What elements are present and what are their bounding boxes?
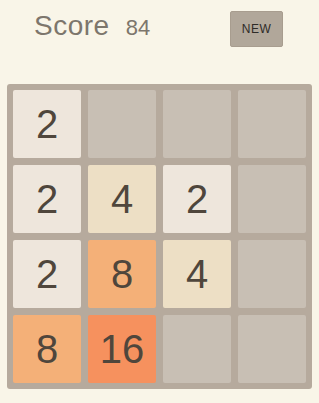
tile-2-r3c1: 2 — [13, 240, 81, 308]
tile-2-r2c1: 2 — [13, 165, 81, 233]
tile-16-r4c2: 16 — [88, 315, 156, 383]
tile-4-r3c3: 4 — [163, 240, 231, 308]
tile-4-r2c2: 4 — [88, 165, 156, 233]
empty-cell-r1c4 — [238, 90, 306, 158]
tile-2-r2c3: 2 — [163, 165, 231, 233]
score-label: Score — [34, 10, 110, 42]
new-game-button[interactable]: NEW — [230, 11, 283, 47]
empty-cell-r1c2 — [88, 90, 156, 158]
empty-cell-r3c4 — [238, 240, 306, 308]
empty-cell-r1c3 — [163, 90, 231, 158]
tile-8-r4c1: 8 — [13, 315, 81, 383]
score-display: Score 84 — [34, 10, 150, 42]
empty-cell-r2c4 — [238, 165, 306, 233]
tile-8-r3c2: 8 — [88, 240, 156, 308]
board[interactable]: 2242284816 — [7, 84, 312, 389]
score-value: 84 — [126, 15, 150, 41]
header: Score 84 NEW — [0, 0, 319, 60]
empty-cell-r4c3 — [163, 315, 231, 383]
tile-2-r1c1: 2 — [13, 90, 81, 158]
empty-cell-r4c4 — [238, 315, 306, 383]
